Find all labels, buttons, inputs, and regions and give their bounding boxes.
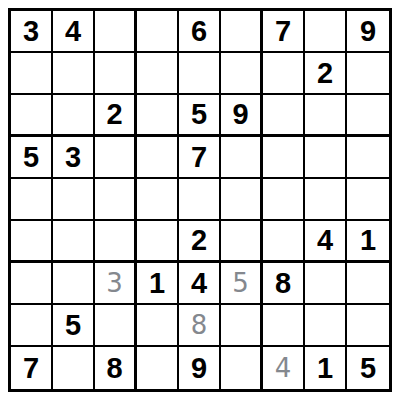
cell-r9c2[interactable] [53, 347, 95, 389]
cell-r4c8[interactable] [305, 137, 347, 179]
sudoku-board: 3467922595372413145858789415 [8, 8, 392, 392]
cell-r5c2[interactable] [53, 179, 95, 221]
cell-r6c1[interactable] [11, 221, 53, 263]
cell-r6c5[interactable]: 2 [179, 221, 221, 263]
cell-r3c4[interactable] [137, 95, 179, 137]
cell-r6c2[interactable] [53, 221, 95, 263]
cell-r1c2[interactable]: 4 [53, 11, 95, 53]
cell-r9c7[interactable]: 4 [263, 347, 305, 389]
cell-r1c1[interactable]: 3 [11, 11, 53, 53]
cell-r5c5[interactable] [179, 179, 221, 221]
cell-r7c7[interactable]: 8 [263, 263, 305, 305]
sudoku-page: 3467922595372413145858789415 [0, 0, 400, 400]
cell-r3c6[interactable]: 9 [221, 95, 263, 137]
cell-r4c5[interactable]: 7 [179, 137, 221, 179]
cell-r2c8[interactable]: 2 [305, 53, 347, 95]
cell-r8c4[interactable] [137, 305, 179, 347]
cell-r5c3[interactable] [95, 179, 137, 221]
cell-r1c4[interactable] [137, 11, 179, 53]
cell-r4c6[interactable] [221, 137, 263, 179]
cell-r9c8[interactable]: 1 [305, 347, 347, 389]
cell-r6c8[interactable]: 4 [305, 221, 347, 263]
cell-r2c4[interactable] [137, 53, 179, 95]
cell-r8c2[interactable]: 5 [53, 305, 95, 347]
cell-r3c5[interactable]: 5 [179, 95, 221, 137]
cell-r5c6[interactable] [221, 179, 263, 221]
cell-r9c5[interactable]: 9 [179, 347, 221, 389]
cell-r8c6[interactable] [221, 305, 263, 347]
cell-r2c2[interactable] [53, 53, 95, 95]
cell-r5c9[interactable] [347, 179, 389, 221]
cell-r9c4[interactable] [137, 347, 179, 389]
cell-r7c1[interactable] [11, 263, 53, 305]
cell-r9c6[interactable] [221, 347, 263, 389]
cell-r6c9[interactable]: 1 [347, 221, 389, 263]
cell-r6c7[interactable] [263, 221, 305, 263]
cell-r1c6[interactable] [221, 11, 263, 53]
cell-r2c6[interactable] [221, 53, 263, 95]
cell-r6c4[interactable] [137, 221, 179, 263]
cell-r1c8[interactable] [305, 11, 347, 53]
cell-r4c1[interactable]: 5 [11, 137, 53, 179]
cell-r8c7[interactable] [263, 305, 305, 347]
cell-r2c7[interactable] [263, 53, 305, 95]
cell-r1c9[interactable]: 9 [347, 11, 389, 53]
cell-r2c5[interactable] [179, 53, 221, 95]
cell-r3c1[interactable] [11, 95, 53, 137]
cell-r7c4[interactable]: 1 [137, 263, 179, 305]
cell-r4c2[interactable]: 3 [53, 137, 95, 179]
cell-r9c3[interactable]: 8 [95, 347, 137, 389]
cell-r9c1[interactable]: 7 [11, 347, 53, 389]
cell-r5c7[interactable] [263, 179, 305, 221]
cell-r4c3[interactable] [95, 137, 137, 179]
cell-r7c3[interactable]: 3 [95, 263, 137, 305]
cell-r9c9[interactable]: 5 [347, 347, 389, 389]
cell-r8c5[interactable]: 8 [179, 305, 221, 347]
cell-r7c5[interactable]: 4 [179, 263, 221, 305]
cell-r8c1[interactable] [11, 305, 53, 347]
cell-r2c9[interactable] [347, 53, 389, 95]
cell-r8c3[interactable] [95, 305, 137, 347]
cell-r5c8[interactable] [305, 179, 347, 221]
cell-r8c9[interactable] [347, 305, 389, 347]
cell-r3c3[interactable]: 2 [95, 95, 137, 137]
cell-r2c1[interactable] [11, 53, 53, 95]
cell-r6c3[interactable] [95, 221, 137, 263]
cell-r3c8[interactable] [305, 95, 347, 137]
cell-r3c9[interactable] [347, 95, 389, 137]
cell-r3c7[interactable] [263, 95, 305, 137]
cell-r7c6[interactable]: 5 [221, 263, 263, 305]
cell-r7c2[interactable] [53, 263, 95, 305]
cell-r4c9[interactable] [347, 137, 389, 179]
cell-r2c3[interactable] [95, 53, 137, 95]
cell-r5c4[interactable] [137, 179, 179, 221]
cell-r8c8[interactable] [305, 305, 347, 347]
cell-r5c1[interactable] [11, 179, 53, 221]
cell-r4c4[interactable] [137, 137, 179, 179]
cell-r1c7[interactable]: 7 [263, 11, 305, 53]
cell-r1c3[interactable] [95, 11, 137, 53]
cell-r7c9[interactable] [347, 263, 389, 305]
cell-r6c6[interactable] [221, 221, 263, 263]
cell-r7c8[interactable] [305, 263, 347, 305]
cell-r4c7[interactable] [263, 137, 305, 179]
cell-r1c5[interactable]: 6 [179, 11, 221, 53]
cell-r3c2[interactable] [53, 95, 95, 137]
